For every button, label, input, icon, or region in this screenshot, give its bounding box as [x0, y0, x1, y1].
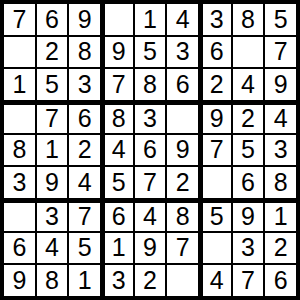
- sudoku-cell-r3c3[interactable]: 3: [69, 69, 100, 100]
- sudoku-cell-r6c1[interactable]: 3: [4, 167, 35, 198]
- sudoku-cell-r6c7[interactable]: [200, 167, 231, 198]
- sudoku-cell-r4c4[interactable]: 8: [102, 102, 133, 133]
- sudoku-cell-r2c6[interactable]: 3: [167, 37, 198, 68]
- sudoku-cell-r1c3[interactable]: 9: [69, 4, 100, 35]
- sudoku-cell-r8c1[interactable]: 6: [4, 233, 35, 264]
- sudoku-cell-r6c9[interactable]: 8: [265, 167, 296, 198]
- sudoku-cell-r9c7[interactable]: 4: [200, 265, 231, 296]
- sudoku-cell-r7c2[interactable]: 3: [37, 200, 68, 231]
- sudoku-cell-r9c5[interactable]: 2: [135, 265, 166, 296]
- sudoku-cell-r3c2[interactable]: 5: [37, 69, 68, 100]
- sudoku-cell-r2c9[interactable]: 7: [265, 37, 296, 68]
- sudoku-cell-r3c1[interactable]: 1: [4, 69, 35, 100]
- sudoku-cell-r5c9[interactable]: 3: [265, 135, 296, 166]
- sudoku-cell-r8c8[interactable]: 3: [233, 233, 264, 264]
- sudoku-cell-r6c3[interactable]: 4: [69, 167, 100, 198]
- sudoku-frame: 7691438528953671537862497683924812469753…: [0, 0, 300, 300]
- sudoku-cell-r1c4[interactable]: [102, 4, 133, 35]
- sudoku-cell-r4c1[interactable]: [4, 102, 35, 133]
- sudoku-cell-r1c1[interactable]: 7: [4, 4, 35, 35]
- sudoku-cell-r2c2[interactable]: 2: [37, 37, 68, 68]
- sudoku-cell-r7c1[interactable]: [4, 200, 35, 231]
- sudoku-cell-r8c3[interactable]: 5: [69, 233, 100, 264]
- sudoku-cell-r7c9[interactable]: 1: [265, 200, 296, 231]
- sudoku-cell-r4c2[interactable]: 7: [37, 102, 68, 133]
- sudoku-cell-r7c4[interactable]: 6: [102, 200, 133, 231]
- sudoku-cell-r5c1[interactable]: 8: [4, 135, 35, 166]
- sudoku-cell-r6c6[interactable]: 2: [167, 167, 198, 198]
- sudoku-cell-r7c6[interactable]: 8: [167, 200, 198, 231]
- sudoku-cell-r5c3[interactable]: 2: [69, 135, 100, 166]
- sudoku-cell-r8c5[interactable]: 9: [135, 233, 166, 264]
- sudoku-cell-r5c2[interactable]: 1: [37, 135, 68, 166]
- sudoku-cell-r2c3[interactable]: 8: [69, 37, 100, 68]
- sudoku-cell-r5c7[interactable]: 7: [200, 135, 231, 166]
- sudoku-cell-r2c5[interactable]: 5: [135, 37, 166, 68]
- sudoku-cell-r1c6[interactable]: 4: [167, 4, 198, 35]
- sudoku-cell-r1c9[interactable]: 5: [265, 4, 296, 35]
- sudoku-cell-r6c8[interactable]: 6: [233, 167, 264, 198]
- sudoku-cell-r5c6[interactable]: 9: [167, 135, 198, 166]
- sudoku-cell-r1c7[interactable]: 3: [200, 4, 231, 35]
- sudoku-cell-r1c5[interactable]: 1: [135, 4, 166, 35]
- sudoku-cell-r9c4[interactable]: 3: [102, 265, 133, 296]
- sudoku-cell-r7c8[interactable]: 9: [233, 200, 264, 231]
- sudoku-cell-r2c1[interactable]: [4, 37, 35, 68]
- sudoku-cell-r3c6[interactable]: 6: [167, 69, 198, 100]
- sudoku-cell-r2c8[interactable]: [233, 37, 264, 68]
- sudoku-cell-r9c3[interactable]: 1: [69, 265, 100, 296]
- sudoku-cell-r4c9[interactable]: 4: [265, 102, 296, 133]
- sudoku-cell-r9c6[interactable]: [167, 265, 198, 296]
- sudoku-cell-r8c7[interactable]: [200, 233, 231, 264]
- sudoku-cell-r4c5[interactable]: 3: [135, 102, 166, 133]
- sudoku-cell-r7c7[interactable]: 5: [200, 200, 231, 231]
- sudoku-cell-r8c6[interactable]: 7: [167, 233, 198, 264]
- sudoku-cell-r5c5[interactable]: 6: [135, 135, 166, 166]
- sudoku-cell-r8c9[interactable]: 2: [265, 233, 296, 264]
- sudoku-cell-r3c4[interactable]: 7: [102, 69, 133, 100]
- sudoku-cell-r6c4[interactable]: 5: [102, 167, 133, 198]
- sudoku-cell-r6c2[interactable]: 9: [37, 167, 68, 198]
- sudoku-board: 7691438528953671537862497683924812469753…: [4, 4, 296, 296]
- sudoku-cell-r7c5[interactable]: 4: [135, 200, 166, 231]
- sudoku-cell-r6c5[interactable]: 7: [135, 167, 166, 198]
- sudoku-cell-r2c7[interactable]: 6: [200, 37, 231, 68]
- sudoku-cell-r1c8[interactable]: 8: [233, 4, 264, 35]
- sudoku-cell-r9c1[interactable]: 9: [4, 265, 35, 296]
- sudoku-cell-r3c7[interactable]: 2: [200, 69, 231, 100]
- sudoku-cell-r5c8[interactable]: 5: [233, 135, 264, 166]
- sudoku-cell-r9c9[interactable]: 6: [265, 265, 296, 296]
- sudoku-cell-r3c9[interactable]: 9: [265, 69, 296, 100]
- sudoku-cell-r4c6[interactable]: [167, 102, 198, 133]
- sudoku-cell-r4c8[interactable]: 2: [233, 102, 264, 133]
- sudoku-cell-r3c5[interactable]: 8: [135, 69, 166, 100]
- sudoku-cell-r9c2[interactable]: 8: [37, 265, 68, 296]
- sudoku-cell-r2c4[interactable]: 9: [102, 37, 133, 68]
- sudoku-cell-r3c8[interactable]: 4: [233, 69, 264, 100]
- sudoku-cell-r8c4[interactable]: 1: [102, 233, 133, 264]
- sudoku-cell-r5c4[interactable]: 4: [102, 135, 133, 166]
- sudoku-cell-r1c2[interactable]: 6: [37, 4, 68, 35]
- sudoku-cell-r8c2[interactable]: 4: [37, 233, 68, 264]
- sudoku-cell-r4c3[interactable]: 6: [69, 102, 100, 133]
- sudoku-cell-r9c8[interactable]: 7: [233, 265, 264, 296]
- sudoku-cell-r4c7[interactable]: 9: [200, 102, 231, 133]
- sudoku-cell-r7c3[interactable]: 7: [69, 200, 100, 231]
